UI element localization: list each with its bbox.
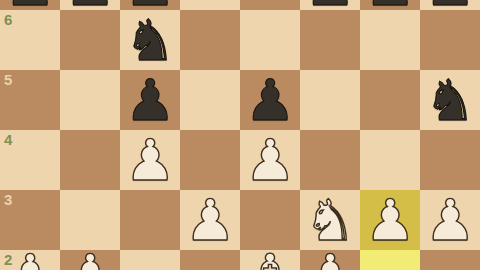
square-f6[interactable]	[300, 10, 360, 70]
square-e6[interactable]	[240, 10, 300, 70]
chess-board-viewport: 87♟♟♟♟♟♟6♞5♟♟♞4♟♟3♟♞♟♟2♟♟♝♟1	[0, 0, 480, 270]
rank-label-3: 3	[4, 191, 12, 208]
square-f2[interactable]: ♟	[300, 250, 360, 270]
piece-white-pawn[interactable]: ♟	[240, 130, 300, 190]
square-h4[interactable]	[420, 130, 480, 190]
square-a6[interactable]: 6	[0, 10, 60, 70]
square-h7[interactable]: ♟	[420, 0, 480, 10]
rank-label-5: 5	[4, 71, 12, 88]
square-b2[interactable]: ♟	[60, 250, 120, 270]
piece-white-pawn[interactable]: ♟	[360, 190, 420, 250]
square-e7[interactable]	[240, 0, 300, 10]
piece-white-pawn[interactable]: ♟	[60, 245, 120, 270]
square-f7[interactable]: ♟	[300, 0, 360, 10]
square-b3[interactable]	[60, 190, 120, 250]
square-e2[interactable]: ♝	[240, 250, 300, 270]
piece-white-pawn[interactable]: ♟	[300, 245, 360, 270]
piece-black-knight[interactable]: ♞	[420, 70, 480, 130]
rank-label-4: 4	[4, 131, 12, 148]
square-d7[interactable]	[180, 0, 240, 10]
square-g5[interactable]	[360, 70, 420, 130]
square-b4[interactable]	[60, 130, 120, 190]
square-d2[interactable]	[180, 250, 240, 270]
square-d4[interactable]	[180, 130, 240, 190]
square-e3[interactable]	[240, 190, 300, 250]
piece-white-knight[interactable]: ♞	[300, 190, 360, 250]
square-h6[interactable]	[420, 10, 480, 70]
square-d6[interactable]	[180, 10, 240, 70]
square-e5[interactable]: ♟	[240, 70, 300, 130]
square-a7[interactable]: 7♟	[0, 0, 60, 10]
square-c3[interactable]	[120, 190, 180, 250]
piece-black-pawn[interactable]: ♟	[240, 70, 300, 130]
piece-white-pawn[interactable]: ♟	[180, 190, 240, 250]
square-c4[interactable]: ♟	[120, 130, 180, 190]
piece-white-pawn[interactable]: ♟	[0, 245, 60, 270]
square-g4[interactable]	[360, 130, 420, 190]
piece-black-pawn[interactable]: ♟	[120, 70, 180, 130]
chess-board: 87♟♟♟♟♟♟6♞5♟♟♞4♟♟3♟♞♟♟2♟♟♝♟1	[0, 0, 480, 270]
square-f4[interactable]	[300, 130, 360, 190]
square-e4[interactable]: ♟	[240, 130, 300, 190]
square-d5[interactable]	[180, 70, 240, 130]
square-h5[interactable]: ♞	[420, 70, 480, 130]
square-b7[interactable]: ♟	[60, 0, 120, 10]
square-c6[interactable]: ♞	[120, 10, 180, 70]
square-a5[interactable]: 5	[0, 70, 60, 130]
square-g3[interactable]: ♟	[360, 190, 420, 250]
rank-label-6: 6	[4, 11, 12, 28]
square-a4[interactable]: 4	[0, 130, 60, 190]
square-d3[interactable]: ♟	[180, 190, 240, 250]
square-c2[interactable]	[120, 250, 180, 270]
square-c5[interactable]: ♟	[120, 70, 180, 130]
square-h3[interactable]: ♟	[420, 190, 480, 250]
square-b5[interactable]	[60, 70, 120, 130]
piece-white-bishop[interactable]: ♝	[240, 245, 300, 270]
piece-black-knight[interactable]: ♞	[120, 10, 180, 70]
square-f5[interactable]	[300, 70, 360, 130]
piece-white-pawn[interactable]: ♟	[120, 130, 180, 190]
square-a3[interactable]: 3	[0, 190, 60, 250]
square-g7[interactable]: ♟	[360, 0, 420, 10]
square-f3[interactable]: ♞	[300, 190, 360, 250]
square-h2[interactable]	[420, 250, 480, 270]
piece-white-pawn[interactable]: ♟	[420, 190, 480, 250]
square-b6[interactable]	[60, 10, 120, 70]
square-g2[interactable]	[360, 250, 420, 270]
square-g6[interactable]	[360, 10, 420, 70]
square-a2[interactable]: 2♟	[0, 250, 60, 270]
